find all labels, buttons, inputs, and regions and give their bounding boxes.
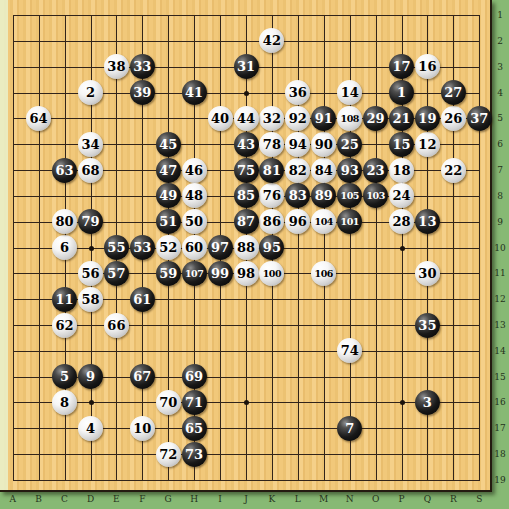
stone-65-H17: 65 (182, 416, 207, 441)
row-label-7: 7 (492, 165, 508, 175)
row-label-1: 1 (492, 10, 508, 20)
stone-95-K10: 95 (259, 235, 284, 260)
row-label-12: 12 (492, 294, 508, 304)
row-label-16: 16 (492, 397, 508, 407)
star-point-J16 (244, 400, 249, 405)
stone-75-J7: 75 (234, 158, 259, 183)
stone-99-I11: 99 (208, 261, 233, 286)
stone-1-P4: 1 (389, 80, 414, 105)
stone-104-M9: 104 (311, 209, 336, 234)
col-label-B: B (32, 494, 46, 504)
stone-61-F12: 61 (130, 287, 155, 312)
stone-63-C7: 63 (52, 158, 77, 183)
stone-64-B5: 64 (26, 106, 51, 131)
stone-72-G18: 72 (156, 442, 181, 467)
stone-103-O8: 103 (363, 183, 388, 208)
stone-53-F10: 53 (130, 235, 155, 260)
row-label-19: 19 (492, 475, 508, 485)
stone-43-J6: 43 (234, 132, 259, 157)
stone-85-J8: 85 (234, 183, 259, 208)
stone-15-P6: 15 (389, 132, 414, 157)
stone-29-O5: 29 (363, 106, 388, 131)
stone-88-J10: 88 (234, 235, 259, 260)
stone-82-L7: 82 (285, 158, 310, 183)
stone-58-D12: 58 (78, 287, 103, 312)
stone-23-O7: 23 (363, 158, 388, 183)
stone-86-K9: 86 (259, 209, 284, 234)
stone-92-L5: 92 (285, 106, 310, 131)
col-label-F: F (135, 494, 149, 504)
stone-98-J11: 98 (234, 261, 259, 286)
col-label-D: D (84, 494, 98, 504)
stone-67-F15: 67 (130, 364, 155, 389)
stone-52-G10: 52 (156, 235, 181, 260)
col-label-C: C (58, 494, 72, 504)
stone-96-L9: 96 (285, 209, 310, 234)
stone-90-M6: 90 (311, 132, 336, 157)
stone-97-I10: 97 (208, 235, 233, 260)
stone-101-N9: 101 (337, 209, 362, 234)
stone-87-J9: 87 (234, 209, 259, 234)
stone-18-P7: 18 (389, 158, 414, 183)
col-label-Q: Q (420, 494, 434, 504)
stone-68-D7: 68 (78, 158, 103, 183)
stone-32-K5: 32 (259, 106, 284, 131)
stone-71-H16: 71 (182, 390, 207, 415)
star-point-P10 (400, 246, 405, 251)
stone-59-G11: 59 (156, 261, 181, 286)
row-label-17: 17 (492, 423, 508, 433)
stone-10-F17: 10 (130, 416, 155, 441)
stone-19-Q5: 19 (415, 106, 440, 131)
col-label-E: E (109, 494, 123, 504)
stone-7-N17: 7 (337, 416, 362, 441)
stone-24-P8: 24 (389, 183, 414, 208)
stone-8-C16: 8 (52, 390, 77, 415)
stone-62-C13: 62 (52, 313, 77, 338)
row-label-13: 13 (492, 320, 508, 330)
stone-83-L8: 83 (285, 183, 310, 208)
go-board[interactable]: 1234567891011121314151617181921222324252… (0, 0, 492, 492)
stone-22-R7: 22 (441, 158, 466, 183)
stone-106-M11: 106 (311, 261, 336, 286)
stone-50-H9: 50 (182, 209, 207, 234)
stone-44-J5: 44 (234, 106, 259, 131)
stone-89-M8: 89 (311, 183, 336, 208)
col-label-N: N (343, 494, 357, 504)
col-label-K: K (265, 494, 279, 504)
stone-70-G16: 70 (156, 390, 181, 415)
stone-11-C12: 11 (52, 287, 77, 312)
stone-78-K6: 78 (259, 132, 284, 157)
row-label-5: 5 (492, 113, 508, 123)
stone-39-F4: 39 (130, 80, 155, 105)
stone-107-H11: 107 (182, 261, 207, 286)
board-left-edge (0, 0, 8, 490)
row-label-11: 11 (492, 268, 508, 278)
stone-27-R4: 27 (441, 80, 466, 105)
stone-45-G6: 45 (156, 132, 181, 157)
stone-6-C10: 6 (52, 235, 77, 260)
row-label-15: 15 (492, 372, 508, 382)
stone-38-E3: 38 (104, 54, 129, 79)
stone-41-H4: 41 (182, 80, 207, 105)
stone-76-K8: 76 (259, 183, 284, 208)
star-point-D16 (89, 400, 94, 405)
stone-14-N4: 14 (337, 80, 362, 105)
stone-25-N6: 25 (337, 132, 362, 157)
star-point-D10 (89, 246, 94, 251)
col-label-J: J (239, 494, 253, 504)
row-label-14: 14 (492, 346, 508, 356)
stone-28-P9: 28 (389, 209, 414, 234)
stone-12-Q6: 12 (415, 132, 440, 157)
stone-93-N7: 93 (337, 158, 362, 183)
row-label-8: 8 (492, 191, 508, 201)
stone-80-C9: 80 (52, 209, 77, 234)
stone-3-Q16: 3 (415, 390, 440, 415)
row-label-3: 3 (492, 62, 508, 72)
stone-16-Q3: 16 (415, 54, 440, 79)
row-label-4: 4 (492, 88, 508, 98)
row-label-6: 6 (492, 139, 508, 149)
stone-34-D6: 34 (78, 132, 103, 157)
stone-91-M5: 91 (311, 106, 336, 131)
star-point-J4 (244, 91, 249, 96)
stone-35-Q13: 35 (415, 313, 440, 338)
col-label-P: P (395, 494, 409, 504)
stone-69-H15: 69 (182, 364, 207, 389)
stone-60-H10: 60 (182, 235, 207, 260)
stone-94-L6: 94 (285, 132, 310, 157)
stone-26-R5: 26 (441, 106, 466, 131)
stone-84-M7: 84 (311, 158, 336, 183)
stone-56-D11: 56 (78, 261, 103, 286)
stone-2-D4: 2 (78, 80, 103, 105)
stone-17-P3: 17 (389, 54, 414, 79)
stone-37-S5: 37 (467, 106, 492, 131)
stone-57-E11: 57 (104, 261, 129, 286)
stone-79-D9: 79 (78, 209, 103, 234)
col-label-R: R (446, 494, 460, 504)
stone-66-E13: 66 (104, 313, 129, 338)
stone-49-G8: 49 (156, 183, 181, 208)
stone-40-I5: 40 (208, 106, 233, 131)
col-label-I: I (213, 494, 227, 504)
stone-74-N14: 74 (337, 338, 362, 363)
stone-30-Q11: 30 (415, 261, 440, 286)
col-label-S: S (472, 494, 486, 504)
stone-47-G7: 47 (156, 158, 181, 183)
stone-33-F3: 33 (130, 54, 155, 79)
stone-48-H8: 48 (182, 183, 207, 208)
stone-46-H7: 46 (182, 158, 207, 183)
stone-4-D17: 4 (78, 416, 103, 441)
stone-73-H18: 73 (182, 442, 207, 467)
stone-55-E10: 55 (104, 235, 129, 260)
row-label-2: 2 (492, 36, 508, 46)
col-label-O: O (369, 494, 383, 504)
row-label-18: 18 (492, 449, 508, 459)
col-label-G: G (161, 494, 175, 504)
stone-31-J3: 31 (234, 54, 259, 79)
col-label-L: L (291, 494, 305, 504)
stone-5-C15: 5 (52, 364, 77, 389)
stone-100-K11: 100 (259, 261, 284, 286)
row-label-10: 10 (492, 243, 508, 253)
stone-51-G9: 51 (156, 209, 181, 234)
stone-81-K7: 81 (259, 158, 284, 183)
stone-9-D15: 9 (78, 364, 103, 389)
stone-42-K2: 42 (259, 28, 284, 53)
go-diagram: 1234567891011121314151617181921222324252… (0, 0, 509, 509)
col-label-M: M (317, 494, 331, 504)
stone-108-N5: 108 (337, 106, 362, 131)
stone-36-L4: 36 (285, 80, 310, 105)
stone-105-N8: 105 (337, 183, 362, 208)
col-label-A: A (6, 494, 20, 504)
star-point-P16 (400, 400, 405, 405)
row-label-9: 9 (492, 217, 508, 227)
stone-21-P5: 21 (389, 106, 414, 131)
stone-13-Q9: 13 (415, 209, 440, 234)
col-label-H: H (187, 494, 201, 504)
